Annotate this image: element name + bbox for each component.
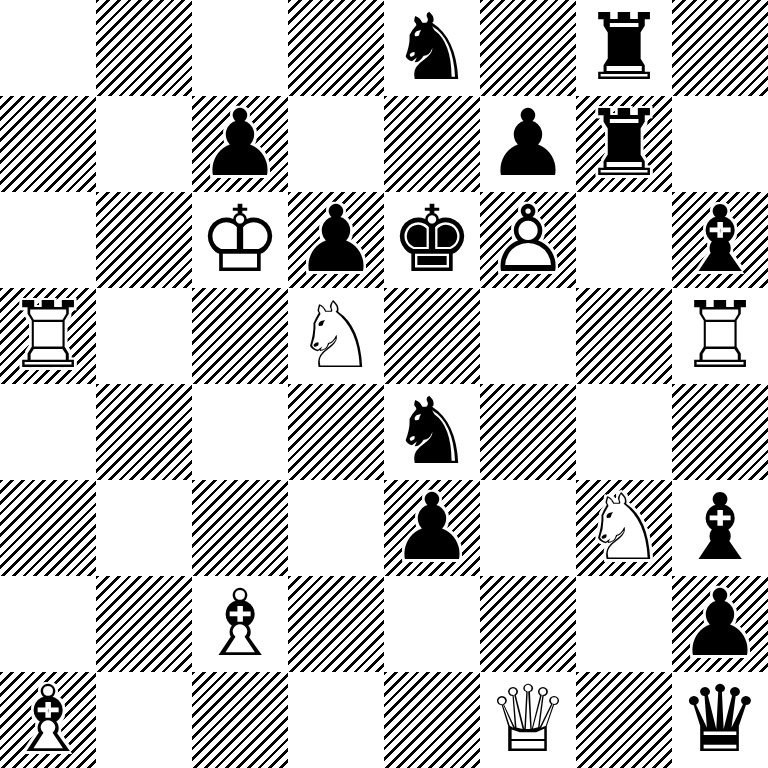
square-b3[interactable] [96,480,192,576]
square-d7[interactable] [288,96,384,192]
square-a2[interactable] [0,576,96,672]
piece-glyph: ♛ [672,672,768,768]
black-pawn-piece: ♟♟ [672,576,768,672]
square-d6[interactable]: ♟♟ [288,192,384,288]
black-pawn-piece: ♟♟ [192,96,288,192]
square-b7[interactable] [96,96,192,192]
square-h4[interactable] [672,384,768,480]
square-e4[interactable]: ♞♞ [384,384,480,480]
piece-glyph: ♜ [576,96,672,192]
square-a1[interactable]: ♝♗ [0,672,96,768]
square-b6[interactable] [96,192,192,288]
piece-glyph: ♞ [384,0,480,96]
square-h3[interactable]: ♝♝ [672,480,768,576]
chess-board: ♞♞♜♜♟♟♟♟♜♜♚♔♟♟♚♚♟♙♝♝♜♖♞♘♜♖♞♞♟♟♞♘♝♝♝♗♟♟♝♗… [0,0,768,768]
square-c5[interactable] [192,288,288,384]
square-a7[interactable] [0,96,96,192]
square-e6[interactable]: ♚♚ [384,192,480,288]
black-pawn-piece: ♟♟ [384,480,480,576]
black-bishop-piece: ♝♝ [672,480,768,576]
black-knight-piece: ♞♞ [384,0,480,96]
black-pawn-piece: ♟♟ [288,192,384,288]
square-c8[interactable] [192,0,288,96]
square-c7[interactable]: ♟♟ [192,96,288,192]
square-a4[interactable] [0,384,96,480]
square-b5[interactable] [96,288,192,384]
piece-glyph: ♘ [576,480,672,576]
square-h5[interactable]: ♜♖ [672,288,768,384]
square-f3[interactable] [480,480,576,576]
black-queen-piece: ♛♛ [672,672,768,768]
square-e3[interactable]: ♟♟ [384,480,480,576]
black-knight-piece: ♞♞ [384,384,480,480]
square-a3[interactable] [0,480,96,576]
square-e1[interactable] [384,672,480,768]
square-d5[interactable]: ♞♘ [288,288,384,384]
black-pawn-piece: ♟♟ [480,96,576,192]
white-queen-piece: ♛♕ [480,672,576,768]
square-e5[interactable] [384,288,480,384]
square-b1[interactable] [96,672,192,768]
square-f5[interactable] [480,288,576,384]
piece-glyph: ♘ [288,288,384,384]
piece-glyph: ♞ [384,384,480,480]
piece-glyph: ♗ [0,672,96,768]
square-e2[interactable] [384,576,480,672]
square-h1[interactable]: ♛♛ [672,672,768,768]
piece-glyph: ♖ [672,288,768,384]
black-rook-piece: ♜♜ [576,0,672,96]
square-d8[interactable] [288,0,384,96]
square-e8[interactable]: ♞♞ [384,0,480,96]
square-g1[interactable] [576,672,672,768]
square-h6[interactable]: ♝♝ [672,192,768,288]
white-bishop-piece: ♝♗ [0,672,96,768]
black-king-piece: ♚♚ [384,192,480,288]
square-g6[interactable] [576,192,672,288]
square-f6[interactable]: ♟♙ [480,192,576,288]
square-f1[interactable]: ♛♕ [480,672,576,768]
square-g5[interactable] [576,288,672,384]
black-bishop-piece: ♝♝ [672,192,768,288]
piece-glyph: ♗ [192,576,288,672]
white-knight-piece: ♞♘ [576,480,672,576]
square-e7[interactable] [384,96,480,192]
square-f4[interactable] [480,384,576,480]
square-d1[interactable] [288,672,384,768]
square-f8[interactable] [480,0,576,96]
piece-glyph: ♜ [576,0,672,96]
piece-glyph: ♟ [192,96,288,192]
piece-glyph: ♙ [480,192,576,288]
square-a5[interactable]: ♜♖ [0,288,96,384]
square-f7[interactable]: ♟♟ [480,96,576,192]
square-g8[interactable]: ♜♜ [576,0,672,96]
white-rook-piece: ♜♖ [672,288,768,384]
square-c1[interactable] [192,672,288,768]
piece-glyph: ♟ [480,96,576,192]
square-d3[interactable] [288,480,384,576]
square-g3[interactable]: ♞♘ [576,480,672,576]
white-bishop-piece: ♝♗ [192,576,288,672]
square-g2[interactable] [576,576,672,672]
square-d4[interactable] [288,384,384,480]
square-a8[interactable] [0,0,96,96]
square-b8[interactable] [96,0,192,96]
square-c6[interactable]: ♚♔ [192,192,288,288]
square-h2[interactable]: ♟♟ [672,576,768,672]
white-king-piece: ♚♔ [192,192,288,288]
piece-glyph: ♔ [192,192,288,288]
piece-glyph: ♟ [672,576,768,672]
square-g7[interactable]: ♜♜ [576,96,672,192]
square-c4[interactable] [192,384,288,480]
black-rook-piece: ♜♜ [576,96,672,192]
piece-glyph: ♟ [384,480,480,576]
white-knight-piece: ♞♘ [288,288,384,384]
square-b4[interactable] [96,384,192,480]
piece-glyph: ♖ [0,288,96,384]
piece-glyph: ♕ [480,672,576,768]
square-b2[interactable] [96,576,192,672]
square-f2[interactable] [480,576,576,672]
square-h8[interactable] [672,0,768,96]
white-rook-piece: ♜♖ [0,288,96,384]
piece-glyph: ♟ [288,192,384,288]
square-c2[interactable]: ♝♗ [192,576,288,672]
square-d2[interactable] [288,576,384,672]
square-h7[interactable] [672,96,768,192]
square-c3[interactable] [192,480,288,576]
piece-glyph: ♝ [672,480,768,576]
white-pawn-piece: ♟♙ [480,192,576,288]
piece-glyph: ♝ [672,192,768,288]
square-a6[interactable] [0,192,96,288]
square-g4[interactable] [576,384,672,480]
piece-glyph: ♚ [384,192,480,288]
